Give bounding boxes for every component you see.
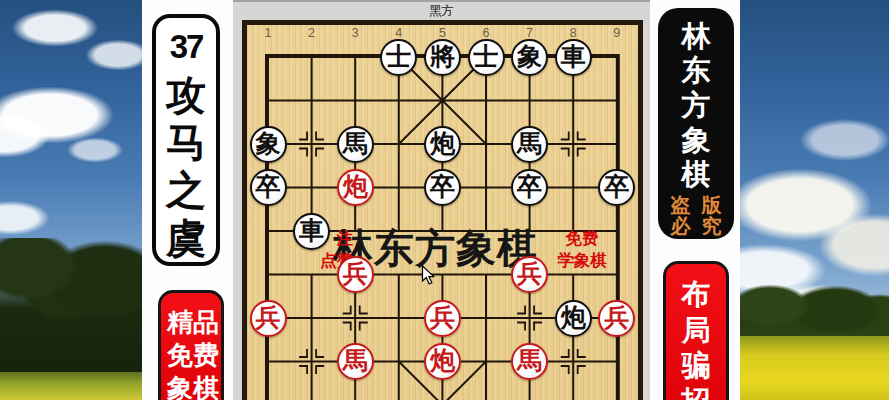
board-panel: 黑方 123456789 林东方象棋 注点赞 免费学象棋 士將士象車象馬炮馬卒炮…	[233, 0, 650, 400]
trees-right	[740, 284, 889, 340]
piece-glyph: 士	[386, 44, 411, 69]
piece-glyph: 炮	[561, 305, 586, 330]
black-soldier[interactable]: 卒	[511, 169, 548, 206]
piece-glyph: 將	[430, 44, 455, 69]
banner-char: 东	[682, 54, 711, 89]
red-horse[interactable]: 馬	[337, 343, 374, 380]
banner-char: 品	[193, 307, 219, 337]
watermark-right-note: 免费学象棋	[545, 228, 619, 271]
red-soldier[interactable]: 兵	[424, 300, 461, 337]
black-chariot[interactable]: 車	[293, 213, 330, 250]
board-wood: 123456789 林东方象棋 注点赞 免费学象棋 士將士象車象馬炮馬卒炮卒卒卒…	[247, 25, 638, 400]
banner-char: 盗	[671, 195, 691, 215]
piece-glyph: 士	[474, 44, 499, 69]
piece-glyph: 兵	[604, 305, 629, 330]
black-soldier[interactable]: 卒	[424, 169, 461, 206]
piece-glyph: 炮	[430, 348, 455, 373]
banner-char: 林	[682, 19, 711, 54]
left-promo-box: 精品免费象棋	[158, 290, 224, 400]
banner-char: 费	[193, 340, 219, 370]
banner-char: 马	[166, 119, 206, 167]
field-right	[740, 336, 889, 400]
banner-char: 版	[702, 195, 722, 215]
red-soldier[interactable]: 兵	[337, 256, 374, 293]
piece-glyph: 卒	[604, 174, 629, 199]
piece-glyph: 炮	[430, 131, 455, 156]
piece-glyph: 卒	[430, 174, 455, 199]
black-cannon[interactable]: 炮	[424, 126, 461, 163]
banner-char: 究	[702, 216, 722, 236]
black-advisor[interactable]: 士	[380, 39, 417, 76]
banner-char: 布	[682, 277, 711, 313]
red-soldier[interactable]: 兵	[598, 300, 635, 337]
red-cannon[interactable]: 炮	[337, 169, 374, 206]
black-chariot[interactable]: 車	[555, 39, 592, 76]
screenshot-root: 37攻马之虞 精品免费象棋 林东方象棋 盗版必究 布局骗招 黑方 1234567…	[0, 0, 889, 400]
red-soldier[interactable]: 兵	[511, 256, 548, 293]
piece-glyph: 卒	[517, 174, 542, 199]
piece-glyph: 兵	[256, 305, 281, 330]
banner-char: 象	[167, 373, 193, 400]
banner-char: 骗	[682, 348, 711, 384]
black-side-label: 黑方	[233, 3, 650, 20]
black-elephant[interactable]: 象	[250, 126, 287, 163]
right-promo-box: 布局骗招	[663, 261, 729, 400]
piece-glyph: 車	[299, 218, 324, 243]
piece-glyph: 車	[561, 44, 586, 69]
piece-glyph: 象	[517, 44, 542, 69]
red-cannon[interactable]: 炮	[424, 343, 461, 380]
banner-char: 局	[682, 313, 711, 349]
piece-glyph: 馬	[343, 131, 368, 156]
black-cannon[interactable]: 炮	[555, 300, 592, 337]
banner-char: 棋	[682, 157, 711, 192]
banner-char: 招	[682, 384, 711, 400]
piece-glyph: 馬	[517, 348, 542, 373]
banner-char: 攻	[166, 71, 206, 119]
piece-glyph: 馬	[517, 131, 542, 156]
red-soldier[interactable]: 兵	[250, 300, 287, 337]
episode-title-box: 37攻马之虞	[152, 14, 220, 266]
red-horse[interactable]: 馬	[511, 343, 548, 380]
banner-char: 棋	[193, 373, 219, 400]
black-soldier[interactable]: 卒	[250, 169, 287, 206]
piece-glyph: 兵	[343, 261, 368, 286]
black-horse[interactable]: 馬	[337, 126, 374, 163]
field-left	[0, 372, 142, 400]
piece-glyph: 兵	[517, 261, 542, 286]
banner-char: 精	[167, 307, 193, 337]
black-elephant[interactable]: 象	[511, 39, 548, 76]
brand-box: 林东方象棋 盗版必究	[658, 8, 734, 239]
banner-char: 方	[682, 88, 711, 123]
banner-char: 免	[167, 340, 193, 370]
black-advisor[interactable]: 士	[468, 39, 505, 76]
banner-char: 之	[166, 166, 206, 214]
black-general[interactable]: 將	[424, 39, 461, 76]
xiangqi-board[interactable]: 123456789 林东方象棋 注点赞 免费学象棋 士將士象車象馬炮馬卒炮卒卒卒…	[242, 20, 643, 400]
piece-glyph: 馬	[343, 348, 368, 373]
piracy-warning: 盗版必究	[665, 195, 727, 236]
piece-glyph: 象	[256, 131, 281, 156]
banner-char: 37	[170, 23, 203, 71]
piece-glyph: 炮	[343, 174, 368, 199]
banner-char: 虞	[166, 214, 206, 262]
banner-char: 象	[682, 123, 711, 158]
banner-char: 必	[671, 216, 691, 236]
mouse-cursor	[421, 265, 436, 286]
piece-glyph: 卒	[256, 174, 281, 199]
piece-glyph: 兵	[430, 305, 455, 330]
black-horse[interactable]: 馬	[511, 126, 548, 163]
